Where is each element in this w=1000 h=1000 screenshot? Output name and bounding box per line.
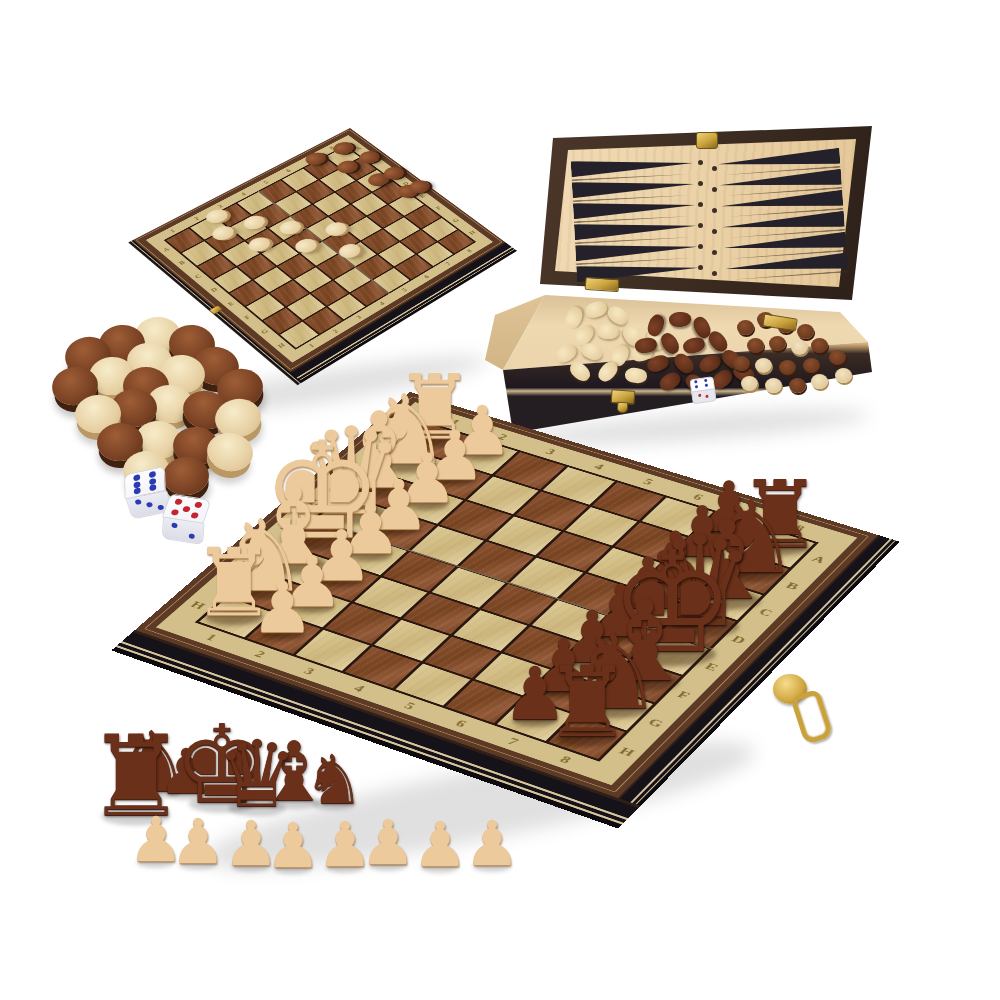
loose-light-pawn-5: ♟	[317, 814, 373, 876]
die-1-top-pip-6	[149, 484, 156, 492]
die-1-top-pip-4	[149, 477, 156, 485]
loose-light-pawn-4: ♟	[265, 815, 321, 877]
loose-light-pawn-2: ♟	[170, 811, 226, 873]
loose-dark-knight-7: ♞	[304, 746, 365, 814]
loose-light-pawn-7: ♟	[412, 814, 468, 876]
die-1-top-pip-2	[149, 470, 156, 478]
die-2-top-pip-1	[174, 498, 183, 505]
die-2-top-pip-5	[190, 513, 199, 520]
die-1-front-pip-2	[146, 502, 153, 508]
piece-black-r-h8: ♜	[543, 654, 631, 752]
die-1-top-pip-1	[133, 474, 140, 482]
die-2-front-pip-1	[172, 522, 178, 528]
die-1-top-pip-3	[133, 481, 140, 489]
die-2-top-pip-4	[170, 509, 179, 516]
loose-light-pawn-8: ♟	[464, 813, 520, 875]
die-2-top-pip-2	[194, 501, 203, 508]
die-2-top-pip-3	[182, 505, 191, 512]
die-1-front-pip-1	[134, 499, 141, 505]
die-1-top-pip-5	[134, 488, 141, 496]
pieces-layer: ♜♟♞♟♝♟♛♟♟♚♜♟♟♝♞♟♟♞♝♟♟♜♛♟♟♚♟♝♟♞♟♜♞♟♝♚♞♛♜♟…	[0, 0, 1000, 1000]
piece-white-p-h2: ♟	[251, 573, 314, 644]
product-photo: 11AA22BB33CC44DD55EE66FF77GG88HH 11AA22B…	[0, 0, 1000, 1000]
